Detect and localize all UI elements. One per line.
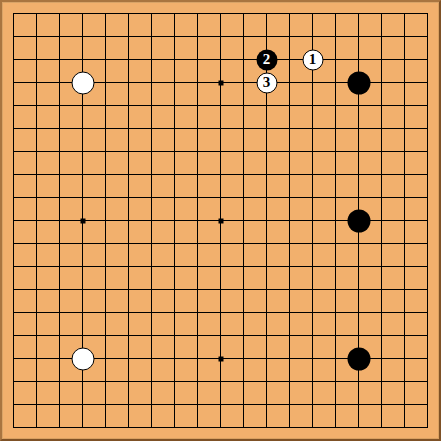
black-stone-q10 xyxy=(347,209,370,232)
white-stone-d4 xyxy=(71,347,94,370)
board-grid: 123 xyxy=(13,13,428,428)
star-point xyxy=(218,218,223,223)
move-number: 2 xyxy=(263,52,271,68)
move-number: 1 xyxy=(309,52,317,68)
move-2-black-stone-m17: 2 xyxy=(256,49,277,70)
white-stone-d16 xyxy=(71,71,94,94)
move-1-white-stone-o17: 1 xyxy=(302,49,323,70)
go-board: 123 xyxy=(0,0,441,441)
star-point xyxy=(80,218,85,223)
move-number: 3 xyxy=(263,75,271,91)
star-point xyxy=(218,356,223,361)
black-stone-q4 xyxy=(347,347,370,370)
star-point xyxy=(218,80,223,85)
move-3-white-stone-m16: 3 xyxy=(256,72,277,93)
black-stone-q16 xyxy=(347,71,370,94)
